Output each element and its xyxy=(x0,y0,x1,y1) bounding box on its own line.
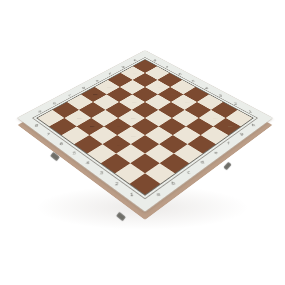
coordinate-label: 7 xyxy=(38,130,59,137)
chess-set-photo: 87654321 87654321 hgfedcba hgfedcba ♜♚♝♞… xyxy=(0,0,285,285)
coordinate-label: h xyxy=(246,119,259,131)
clasp-icon xyxy=(224,162,232,170)
